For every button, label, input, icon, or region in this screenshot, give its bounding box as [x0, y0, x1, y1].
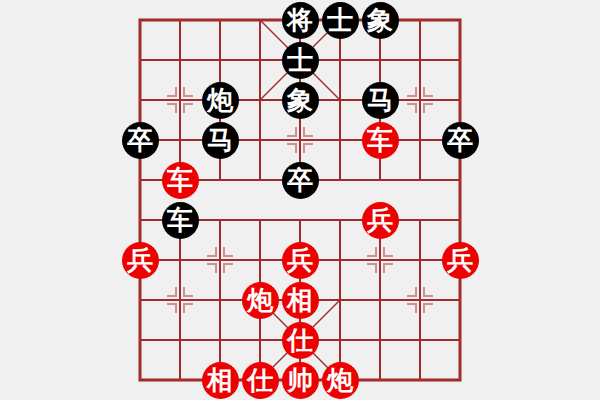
- piece-red-elephant[interactable]: 相: [202, 362, 239, 399]
- piece-red-general[interactable]: 帅: [282, 362, 319, 399]
- marker-bracket: [383, 247, 393, 257]
- marker-bracket: [423, 303, 433, 313]
- xiangqi-board: 将士象士炮象马卒马车卒车卒车兵兵兵兵炮相仕相仕帅炮: [0, 0, 600, 400]
- marker-bracket: [183, 103, 193, 113]
- piece-black-general[interactable]: 将: [282, 2, 319, 39]
- piece-red-soldier[interactable]: 兵: [282, 242, 319, 279]
- piece-black-soldier[interactable]: 卒: [122, 122, 159, 159]
- marker-bracket: [183, 287, 193, 297]
- marker-bracket: [167, 303, 177, 313]
- piece-black-advisor[interactable]: 士: [282, 42, 319, 79]
- piece-black-horse[interactable]: 马: [202, 122, 239, 159]
- marker-bracket: [303, 127, 313, 137]
- piece-red-advisor[interactable]: 仕: [242, 362, 279, 399]
- piece-red-chariot[interactable]: 车: [362, 122, 399, 159]
- point-marker: [400, 80, 440, 120]
- piece-red-cannon[interactable]: 炮: [242, 282, 279, 319]
- marker-bracket: [407, 87, 417, 97]
- marker-bracket: [383, 263, 393, 273]
- piece-red-soldier[interactable]: 兵: [122, 242, 159, 279]
- piece-red-soldier[interactable]: 兵: [442, 242, 479, 279]
- piece-red-elephant[interactable]: 相: [282, 282, 319, 319]
- marker-bracket: [303, 143, 313, 153]
- piece-black-soldier[interactable]: 卒: [442, 122, 479, 159]
- marker-bracket: [223, 247, 233, 257]
- piece-red-soldier[interactable]: 兵: [362, 202, 399, 239]
- marker-bracket: [207, 263, 217, 273]
- marker-bracket: [287, 143, 297, 153]
- piece-red-advisor[interactable]: 仕: [282, 322, 319, 359]
- marker-bracket: [167, 287, 177, 297]
- piece-layer[interactable]: 将士象士炮象马卒马车卒车卒车兵兵兵兵炮相仕相仕帅炮: [120, 0, 480, 400]
- piece-black-chariot[interactable]: 车: [162, 202, 199, 239]
- point-marker: [280, 120, 320, 160]
- marker-bracket: [407, 287, 417, 297]
- point-marker: [200, 240, 240, 280]
- marker-bracket: [367, 247, 377, 257]
- marker-bracket: [223, 263, 233, 273]
- point-marker: [160, 80, 200, 120]
- piece-black-elephant[interactable]: 象: [282, 82, 319, 119]
- marker-bracket: [407, 103, 417, 113]
- piece-black-horse[interactable]: 马: [362, 82, 399, 119]
- marker-bracket: [423, 87, 433, 97]
- piece-black-advisor[interactable]: 士: [322, 2, 359, 39]
- marker-bracket: [367, 263, 377, 273]
- piece-black-cannon[interactable]: 炮: [202, 82, 239, 119]
- marker-bracket: [183, 87, 193, 97]
- marker-bracket: [423, 103, 433, 113]
- marker-bracket: [423, 287, 433, 297]
- marker-bracket: [167, 87, 177, 97]
- marker-bracket: [287, 127, 297, 137]
- marker-bracket: [183, 303, 193, 313]
- marker-bracket: [407, 303, 417, 313]
- piece-red-cannon[interactable]: 炮: [322, 362, 359, 399]
- point-marker: [360, 240, 400, 280]
- point-marker: [400, 280, 440, 320]
- piece-black-soldier[interactable]: 卒: [282, 162, 319, 199]
- marker-bracket: [167, 103, 177, 113]
- piece-red-chariot[interactable]: 车: [162, 162, 199, 199]
- point-marker: [160, 280, 200, 320]
- piece-black-elephant[interactable]: 象: [362, 2, 399, 39]
- marker-bracket: [207, 247, 217, 257]
